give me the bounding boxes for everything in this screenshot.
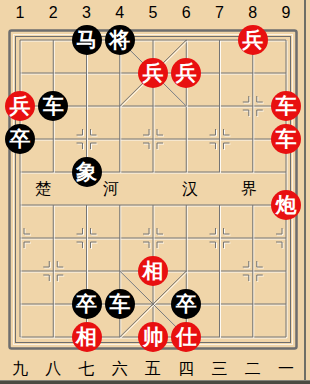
intersection-f2-r3[interactable]: [37, 123, 70, 156]
intersection-f7-r8[interactable]: [203, 288, 236, 321]
intersection-f1-r9[interactable]: [3, 321, 36, 354]
intersection-f6-r0[interactable]: [170, 24, 203, 57]
intersection-f8-r9[interactable]: [236, 321, 269, 354]
red-soldier[interactable]: 兵: [138, 58, 168, 88]
intersection-f1-r1[interactable]: [3, 57, 36, 90]
intersection-f9-r6[interactable]: [269, 222, 302, 255]
red-soldier[interactable]: 兵: [171, 58, 201, 88]
file-label-top-1: 1: [16, 5, 25, 21]
intersection-f3-r4[interactable]: 象: [70, 156, 103, 189]
black-soldier[interactable]: 卒: [72, 289, 102, 319]
intersection-f4-r7[interactable]: [103, 255, 136, 288]
intersection-f4-r6[interactable]: [103, 222, 136, 255]
intersection-f5-r6[interactable]: [136, 222, 169, 255]
intersection-f2-r5[interactable]: [37, 189, 70, 222]
intersection-f1-r6[interactable]: [3, 222, 36, 255]
file-label-top-8: 8: [248, 5, 257, 21]
window-bottom-edge: [0, 380, 310, 384]
intersection-f6-r3[interactable]: [170, 123, 203, 156]
red-cannon[interactable]: 炮: [271, 190, 301, 220]
intersection-f9-r0[interactable]: [269, 24, 302, 57]
intersection-f8-r5[interactable]: [236, 189, 269, 222]
intersection-f9-r7[interactable]: [269, 255, 302, 288]
red-elephant[interactable]: 相: [138, 256, 168, 286]
intersection-f9-r5[interactable]: 炮: [269, 189, 302, 222]
intersection-f6-r6[interactable]: [170, 222, 203, 255]
intersection-f5-r5[interactable]: [136, 189, 169, 222]
intersection-f8-r1[interactable]: [236, 57, 269, 90]
red-general[interactable]: 帅: [138, 322, 168, 352]
intersection-f5-r7[interactable]: 相: [136, 255, 169, 288]
intersection-f1-r0[interactable]: [3, 24, 36, 57]
intersection-f5-r2[interactable]: [136, 90, 169, 123]
intersection-f4-r4[interactable]: [103, 156, 136, 189]
intersection-f1-r7[interactable]: [3, 255, 36, 288]
window-right-edge: [304, 0, 306, 384]
file-label-bottom-3: 七: [79, 361, 95, 377]
intersection-f6-r4[interactable]: [170, 156, 203, 189]
intersection-f5-r9[interactable]: 帅: [136, 321, 169, 354]
red-chariot[interactable]: 车: [271, 124, 301, 154]
black-elephant[interactable]: 象: [72, 157, 102, 187]
file-label-bottom-7: 三: [212, 361, 228, 377]
intersection-f8-r2[interactable]: [236, 90, 269, 123]
board-grid: 马将兵兵兵兵车车卒车象炮相卒车卒相帅仕: [3, 24, 302, 354]
intersection-f1-r5[interactable]: [3, 189, 36, 222]
intersection-f9-r8[interactable]: [269, 288, 302, 321]
intersection-f9-r1[interactable]: [269, 57, 302, 90]
black-soldier[interactable]: 卒: [5, 124, 35, 154]
red-soldier[interactable]: 兵: [238, 25, 268, 55]
file-label-bottom-5: 五: [145, 361, 161, 377]
intersection-f4-r5[interactable]: [103, 189, 136, 222]
intersection-f3-r8[interactable]: 卒: [70, 288, 103, 321]
intersection-f7-r6[interactable]: [203, 222, 236, 255]
intersection-f4-r0[interactable]: 将: [103, 24, 136, 57]
file-label-top-7: 7: [215, 5, 224, 21]
intersection-f4-r8[interactable]: 车: [103, 288, 136, 321]
red-chariot[interactable]: 车: [271, 91, 301, 121]
intersection-f5-r8[interactable]: [136, 288, 169, 321]
red-elephant[interactable]: 相: [72, 322, 102, 352]
xiangqi-board-window: 123456789 楚河汉界 马将兵兵兵兵车车卒车象炮相卒车卒相帅仕 九八七六五…: [0, 0, 310, 384]
file-label-top-3: 3: [82, 5, 91, 21]
intersection-f1-r3[interactable]: 卒: [3, 123, 36, 156]
intersection-f4-r9[interactable]: [103, 321, 136, 354]
intersection-f7-r4[interactable]: [203, 156, 236, 189]
intersection-f8-r0[interactable]: 兵: [236, 24, 269, 57]
intersection-f5-r0[interactable]: [136, 24, 169, 57]
intersection-f8-r8[interactable]: [236, 288, 269, 321]
file-label-top-4: 4: [115, 5, 124, 21]
intersection-f3-r5[interactable]: [70, 189, 103, 222]
file-label-bottom-8: 二: [245, 361, 261, 377]
intersection-f2-r1[interactable]: [37, 57, 70, 90]
file-label-bottom-2: 八: [45, 361, 61, 377]
black-soldier[interactable]: 卒: [171, 289, 201, 319]
intersection-f9-r9[interactable]: [269, 321, 302, 354]
intersection-f3-r6[interactable]: [70, 222, 103, 255]
intersection-f7-r1[interactable]: [203, 57, 236, 90]
intersection-f4-r1[interactable]: [103, 57, 136, 90]
intersection-f2-r9[interactable]: [37, 321, 70, 354]
file-label-top-9: 9: [282, 5, 291, 21]
file-label-bottom-6: 四: [178, 361, 194, 377]
intersection-f4-r2[interactable]: [103, 90, 136, 123]
intersection-f2-r4[interactable]: [37, 156, 70, 189]
file-label-top-5: 5: [149, 5, 158, 21]
intersection-f2-r2[interactable]: 车: [37, 90, 70, 123]
intersection-f8-r7[interactable]: [236, 255, 269, 288]
black-horse[interactable]: 马: [72, 25, 102, 55]
intersection-f5-r1[interactable]: 兵: [136, 57, 169, 90]
intersection-f8-r4[interactable]: [236, 156, 269, 189]
intersection-f6-r1[interactable]: 兵: [170, 57, 203, 90]
intersection-f9-r3[interactable]: 车: [269, 123, 302, 156]
intersection-f7-r2[interactable]: [203, 90, 236, 123]
intersection-f1-r8[interactable]: [3, 288, 36, 321]
intersection-f5-r4[interactable]: [136, 156, 169, 189]
intersection-f7-r9[interactable]: [203, 321, 236, 354]
black-general[interactable]: 将: [105, 25, 135, 55]
intersection-f3-r1[interactable]: [70, 57, 103, 90]
intersection-f2-r7[interactable]: [37, 255, 70, 288]
intersection-f3-r2[interactable]: [70, 90, 103, 123]
intersection-f3-r3[interactable]: [70, 123, 103, 156]
intersection-f8-r3[interactable]: [236, 123, 269, 156]
intersection-f6-r9[interactable]: 仕: [170, 321, 203, 354]
file-label-top-6: 6: [182, 5, 191, 21]
intersection-f9-r4[interactable]: [269, 156, 302, 189]
intersection-f9-r2[interactable]: 车: [269, 90, 302, 123]
intersection-f1-r4[interactable]: [3, 156, 36, 189]
intersection-f3-r7[interactable]: [70, 255, 103, 288]
black-chariot[interactable]: 车: [105, 289, 135, 319]
black-chariot[interactable]: 车: [38, 91, 68, 121]
intersection-f7-r3[interactable]: [203, 123, 236, 156]
intersection-f7-r0[interactable]: [203, 24, 236, 57]
intersection-f3-r9[interactable]: 相: [70, 321, 103, 354]
intersection-f6-r2[interactable]: [170, 90, 203, 123]
intersection-f7-r5[interactable]: [203, 189, 236, 222]
intersection-f3-r0[interactable]: 马: [70, 24, 103, 57]
file-label-top-2: 2: [49, 5, 58, 21]
intersection-f2-r8[interactable]: [37, 288, 70, 321]
file-label-bottom-1: 九: [12, 361, 28, 377]
intersection-f6-r5[interactable]: [170, 189, 203, 222]
intersection-f5-r3[interactable]: [136, 123, 169, 156]
intersection-f2-r6[interactable]: [37, 222, 70, 255]
intersection-f8-r6[interactable]: [236, 222, 269, 255]
red-advisor[interactable]: 仕: [171, 322, 201, 352]
intersection-f6-r8[interactable]: 卒: [170, 288, 203, 321]
file-label-bottom-4: 六: [112, 361, 128, 377]
intersection-f7-r7[interactable]: [203, 255, 236, 288]
red-soldier[interactable]: 兵: [5, 91, 35, 121]
intersection-f4-r3[interactable]: [103, 123, 136, 156]
intersection-f2-r0[interactable]: [37, 24, 70, 57]
intersection-f1-r2[interactable]: 兵: [3, 90, 36, 123]
intersection-f6-r7[interactable]: [170, 255, 203, 288]
file-label-bottom-9: 一: [278, 361, 294, 377]
